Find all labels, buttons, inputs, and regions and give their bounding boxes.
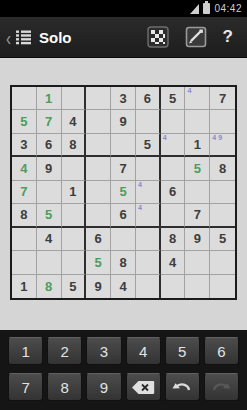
- given-digit: 6: [37, 134, 61, 155]
- user-digit: 5: [86, 251, 110, 273]
- cell-r1c3[interactable]: [62, 87, 87, 110]
- cell-r1c9[interactable]: 7: [210, 87, 235, 110]
- cell-r4c7[interactable]: [161, 157, 186, 180]
- given-digit: 8: [62, 134, 85, 155]
- given-digit: 6: [86, 228, 110, 250]
- cell-r7c6[interactable]: [136, 228, 161, 251]
- given-digit: 8: [210, 157, 235, 179]
- cell-r5c3[interactable]: 1: [62, 181, 87, 204]
- cell-r8c5[interactable]: 8: [111, 251, 136, 274]
- pencil-notes: 4: [163, 134, 167, 142]
- battery-icon: [203, 3, 210, 14]
- cell-r2c9[interactable]: [210, 110, 235, 133]
- cell-r6c2[interactable]: 5: [37, 204, 62, 227]
- given-digit: 7: [185, 204, 209, 225]
- user-digit: 7: [12, 181, 36, 203]
- key-backspace[interactable]: [126, 373, 161, 401]
- cell-r8c7[interactable]: 4: [161, 251, 186, 274]
- cell-r2c4[interactable]: [86, 110, 111, 133]
- checkerboard-icon: [147, 26, 169, 48]
- key-1[interactable]: 1: [8, 337, 43, 365]
- given-digit: 1: [62, 181, 85, 203]
- redo-icon: [210, 380, 232, 394]
- user-digit: 5: [37, 204, 61, 225]
- key-5[interactable]: 5: [165, 337, 200, 365]
- pencil-notes: 49: [212, 134, 222, 142]
- given-digit: 9: [37, 157, 61, 179]
- cell-r4c4[interactable]: [86, 157, 111, 180]
- cell-r1c4[interactable]: [86, 87, 111, 110]
- cell-r9c7[interactable]: [161, 275, 186, 298]
- pencil-notes: 4: [138, 204, 142, 212]
- phone-screen: 04:42 ‹ Solo: [0, 0, 247, 410]
- user-digit: 4: [12, 157, 36, 179]
- cell-r5c7[interactable]: 6: [161, 181, 186, 204]
- cell-r3c1[interactable]: 3: [12, 134, 37, 157]
- pencil-mode-button[interactable]: [183, 24, 209, 50]
- cell-r2c7[interactable]: [161, 110, 186, 133]
- given-digit: 8: [12, 204, 36, 225]
- given-digit: 5: [62, 275, 85, 298]
- given-digit: 8: [161, 228, 185, 250]
- cell-r3c6[interactable]: 5: [136, 134, 161, 157]
- given-digit: 6: [161, 181, 185, 203]
- cell-r6c4[interactable]: [86, 204, 111, 227]
- cell-r4c9[interactable]: 8: [210, 157, 235, 180]
- cell-r2c5[interactable]: 9: [111, 110, 136, 133]
- cell-r3c9[interactable]: 49: [210, 134, 235, 157]
- cell-r2c3[interactable]: 4: [62, 110, 87, 133]
- given-digit: 3: [111, 87, 135, 109]
- cell-r4c2[interactable]: 9: [37, 157, 62, 180]
- help-button[interactable]: ?: [223, 27, 233, 47]
- list-icon: [15, 29, 32, 45]
- cell-r2c6[interactable]: [136, 110, 161, 133]
- cell-r4c8[interactable]: 5: [185, 157, 210, 180]
- page-title: Solo: [39, 29, 72, 46]
- undo-icon: [171, 380, 193, 394]
- key-6[interactable]: 6: [204, 337, 239, 365]
- sudoku-board: 1365475749368541494975871546856474689558…: [10, 85, 237, 300]
- user-digit: 1: [37, 87, 61, 109]
- cell-r8c3[interactable]: [62, 251, 87, 274]
- given-digit: 4: [37, 228, 61, 250]
- cell-r5c2[interactable]: [37, 181, 62, 204]
- given-digit: 7: [111, 157, 135, 179]
- cell-r8c4[interactable]: 5: [86, 251, 111, 274]
- cell-r2c2[interactable]: 7: [37, 110, 62, 133]
- cell-r5c9[interactable]: [210, 181, 235, 204]
- cell-r2c1[interactable]: 5: [12, 110, 37, 133]
- cell-r8c8[interactable]: [185, 251, 210, 274]
- cell-r3c4[interactable]: [86, 134, 111, 157]
- cell-r5c4[interactable]: [86, 181, 111, 204]
- cell-r8c1[interactable]: [12, 251, 37, 274]
- user-digit: 8: [37, 275, 61, 298]
- cell-r1c5[interactable]: 3: [111, 87, 136, 110]
- given-digit: 5: [136, 134, 159, 155]
- cell-r6c8[interactable]: 7: [185, 204, 210, 227]
- back-chevron-icon: ‹: [6, 27, 11, 48]
- cell-r6c5[interactable]: 6: [111, 204, 136, 227]
- given-digit: 5: [210, 228, 235, 250]
- key-4[interactable]: 4: [126, 337, 161, 365]
- key-undo[interactable]: [165, 373, 200, 401]
- given-digit: 8: [111, 251, 135, 273]
- cell-r5c6[interactable]: 4: [136, 181, 161, 204]
- given-digit: 5: [161, 87, 185, 109]
- given-digit: 4: [111, 275, 135, 298]
- cell-r6c3[interactable]: [62, 204, 87, 227]
- keypad: 123456789: [0, 330, 247, 410]
- pencil-notes: 4: [187, 87, 191, 95]
- given-digit: 4: [62, 110, 85, 132]
- cell-r6c9[interactable]: [210, 204, 235, 227]
- cell-r9c5[interactable]: 4: [111, 275, 136, 298]
- status-bar: 04:42: [0, 0, 247, 17]
- key-8[interactable]: 8: [47, 373, 82, 401]
- user-digit: 5: [111, 181, 135, 203]
- user-digit: 5: [185, 157, 209, 179]
- cell-r6c1[interactable]: 8: [12, 204, 37, 227]
- cell-r9c3[interactable]: 5: [62, 275, 87, 298]
- cell-r9c4[interactable]: 9: [86, 275, 111, 298]
- cell-r7c7[interactable]: 8: [161, 228, 186, 251]
- cell-r8c2[interactable]: [37, 251, 62, 274]
- cell-r9c8[interactable]: [185, 275, 210, 298]
- cell-r7c5[interactable]: [111, 228, 136, 251]
- signal-icon: [190, 4, 199, 14]
- cell-r6c6[interactable]: 4: [136, 204, 161, 227]
- pencil-notes: 4: [138, 181, 142, 189]
- user-digit: 5: [12, 110, 36, 132]
- cell-r9c1[interactable]: 1: [12, 275, 37, 298]
- back-button[interactable]: ‹: [6, 29, 32, 45]
- cell-r5c1[interactable]: 7: [12, 181, 37, 204]
- key-3[interactable]: 3: [86, 337, 121, 365]
- cell-r3c2[interactable]: 6: [37, 134, 62, 157]
- cell-r9c9[interactable]: [210, 275, 235, 298]
- cell-r1c6[interactable]: 6: [136, 87, 161, 110]
- cell-r1c1[interactable]: [12, 87, 37, 110]
- backspace-icon: [131, 380, 155, 395]
- given-digit: 1: [185, 134, 209, 155]
- cell-r5c8[interactable]: [185, 181, 210, 204]
- action-bar: ‹ Solo: [0, 17, 247, 58]
- given-digit: 1: [12, 275, 36, 298]
- cell-r4c3[interactable]: [62, 157, 87, 180]
- cell-r8c9[interactable]: [210, 251, 235, 274]
- cell-r7c2[interactable]: 4: [37, 228, 62, 251]
- keypad-toggle-button[interactable]: [145, 24, 171, 50]
- cell-r9c6[interactable]: [136, 275, 161, 298]
- clock: 04:42: [214, 3, 242, 14]
- key-redo[interactable]: [204, 373, 239, 401]
- cell-r8c6[interactable]: [136, 251, 161, 274]
- key-2[interactable]: 2: [47, 337, 82, 365]
- cell-r3c3[interactable]: 8: [62, 134, 87, 157]
- cell-r3c8[interactable]: 1: [185, 134, 210, 157]
- given-digit: 9: [86, 275, 110, 298]
- given-digit: 6: [136, 87, 159, 109]
- cell-r4c5[interactable]: 7: [111, 157, 136, 180]
- user-digit: 7: [37, 110, 61, 132]
- cell-r7c4[interactable]: 6: [86, 228, 111, 251]
- pencil-icon: [185, 26, 207, 48]
- key-9[interactable]: 9: [86, 373, 121, 401]
- cell-r7c8[interactable]: 9: [185, 228, 210, 251]
- given-digit: 3: [12, 134, 36, 155]
- cell-r7c9[interactable]: 5: [210, 228, 235, 251]
- given-digit: 9: [185, 228, 209, 250]
- cell-r2c8[interactable]: [185, 110, 210, 133]
- given-digit: 6: [111, 204, 135, 225]
- key-7[interactable]: 7: [8, 373, 43, 401]
- given-digit: 9: [111, 110, 135, 132]
- given-digit: 4: [161, 251, 185, 273]
- cell-r7c1[interactable]: [12, 228, 37, 251]
- cell-r1c7[interactable]: 5: [161, 87, 186, 110]
- cell-r7c3[interactable]: [62, 228, 87, 251]
- cell-r3c5[interactable]: [111, 134, 136, 157]
- cell-r1c8[interactable]: 4: [185, 87, 210, 110]
- cell-r4c1[interactable]: 4: [12, 157, 37, 180]
- cell-r5c5[interactable]: 5: [111, 181, 136, 204]
- cell-r6c7[interactable]: [161, 204, 186, 227]
- cell-r9c2[interactable]: 8: [37, 275, 62, 298]
- cell-r1c2[interactable]: 1: [37, 87, 62, 110]
- cell-r4c6[interactable]: [136, 157, 161, 180]
- cell-r3c7[interactable]: 4: [161, 134, 186, 157]
- given-digit: 7: [210, 87, 235, 109]
